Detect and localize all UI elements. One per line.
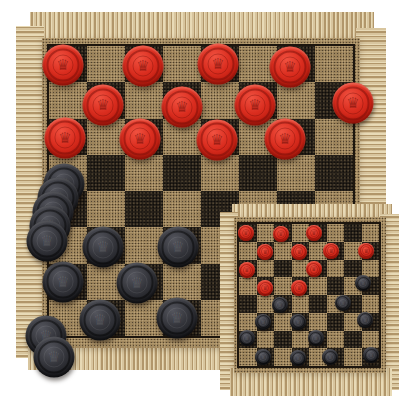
black-checker: ♛ [322, 349, 338, 365]
red-checker: ♛ [306, 261, 322, 277]
crown-stamp-icon: ♛ [244, 335, 249, 341]
crown-stamp-icon: ♛ [311, 230, 316, 236]
red-checker: ♛ [291, 280, 307, 296]
crown-stamp-icon: ♛ [329, 248, 334, 254]
crown-stamp-icon: ♛ [261, 319, 266, 325]
crown-stamp-icon: ♛ [297, 285, 302, 291]
red-checker: ♛ [257, 280, 273, 296]
black-checker: ♛ [290, 350, 306, 366]
red-checker: ♛ [291, 244, 307, 260]
crown-stamp-icon: ♛ [313, 335, 318, 341]
black-checker: ♛ [290, 314, 306, 330]
crown-stamp-icon: ♛ [263, 285, 268, 291]
crown-stamp-icon: ♛ [263, 249, 268, 255]
crown-stamp-icon: ♛ [361, 280, 366, 286]
black-checker: ♛ [255, 349, 271, 365]
crown-stamp-icon: ♛ [296, 319, 301, 325]
red-checker: ♛ [323, 243, 339, 259]
crown-stamp-icon: ♛ [296, 355, 301, 361]
checkers-rug-product-photo: ♛♛♛♛♛♛♛♛♛♛♛♛♛♛♛♛♛♛ ♛♛♛♛♛♛♛ ♛♛♛♛♛♛♛♛♛♛♛♛♛… [0, 0, 400, 400]
black-checker: ♛ [255, 314, 271, 330]
crown-stamp-icon: ♛ [363, 317, 368, 323]
small-rug-body: ♛♛♛♛♛♛♛♛♛♛♛♛♛♛♛♛♛♛♛♛♛♛♛ [234, 217, 386, 373]
main-rug-fringe-top [30, 12, 374, 40]
crown-stamp-icon: ♛ [261, 354, 266, 360]
crown-stamp-icon: ♛ [328, 354, 333, 360]
crown-stamp-icon: ♛ [364, 248, 369, 254]
small-piece-layer: ♛♛♛♛♛♛♛♛♛♛♛♛♛♛♛♛♛♛♛♛♛♛♛ [239, 224, 379, 366]
crown-stamp-icon: ♛ [243, 230, 248, 236]
black-checker: ♛ [239, 330, 255, 346]
red-checker: ♛ [306, 225, 322, 241]
black-checker: ♛ [357, 312, 373, 328]
red-checker: ♛ [273, 226, 289, 242]
crown-stamp-icon: ♛ [311, 266, 316, 272]
black-checker-loose: ♛ [34, 337, 75, 378]
crown-stamp-icon: ♛ [369, 352, 374, 358]
red-checker: ♛ [239, 262, 255, 278]
small-checkers-rug: ♛♛♛♛♛♛♛♛♛♛♛♛♛♛♛♛♛♛♛♛♛♛♛ [220, 202, 400, 398]
crown-stamp-icon: ♛ [297, 249, 302, 255]
crown-stamp-icon: ♛ [40, 234, 53, 249]
black-checker: ♛ [335, 295, 351, 311]
red-checker: ♛ [238, 225, 254, 241]
crown-stamp-icon: ♛ [340, 300, 345, 306]
black-checker: ♛ [308, 330, 324, 346]
crown-stamp-icon: ♛ [47, 350, 60, 365]
black-checker-loose: ♛ [27, 221, 68, 262]
crown-stamp-icon: ♛ [244, 267, 249, 273]
red-checker: ♛ [257, 244, 273, 260]
red-checker: ♛ [358, 243, 374, 259]
crown-stamp-icon: ♛ [277, 302, 282, 308]
black-checker: ♛ [272, 297, 288, 313]
crown-stamp-icon: ♛ [278, 231, 283, 237]
black-checker: ♛ [355, 275, 371, 291]
black-checker: ♛ [363, 347, 379, 363]
